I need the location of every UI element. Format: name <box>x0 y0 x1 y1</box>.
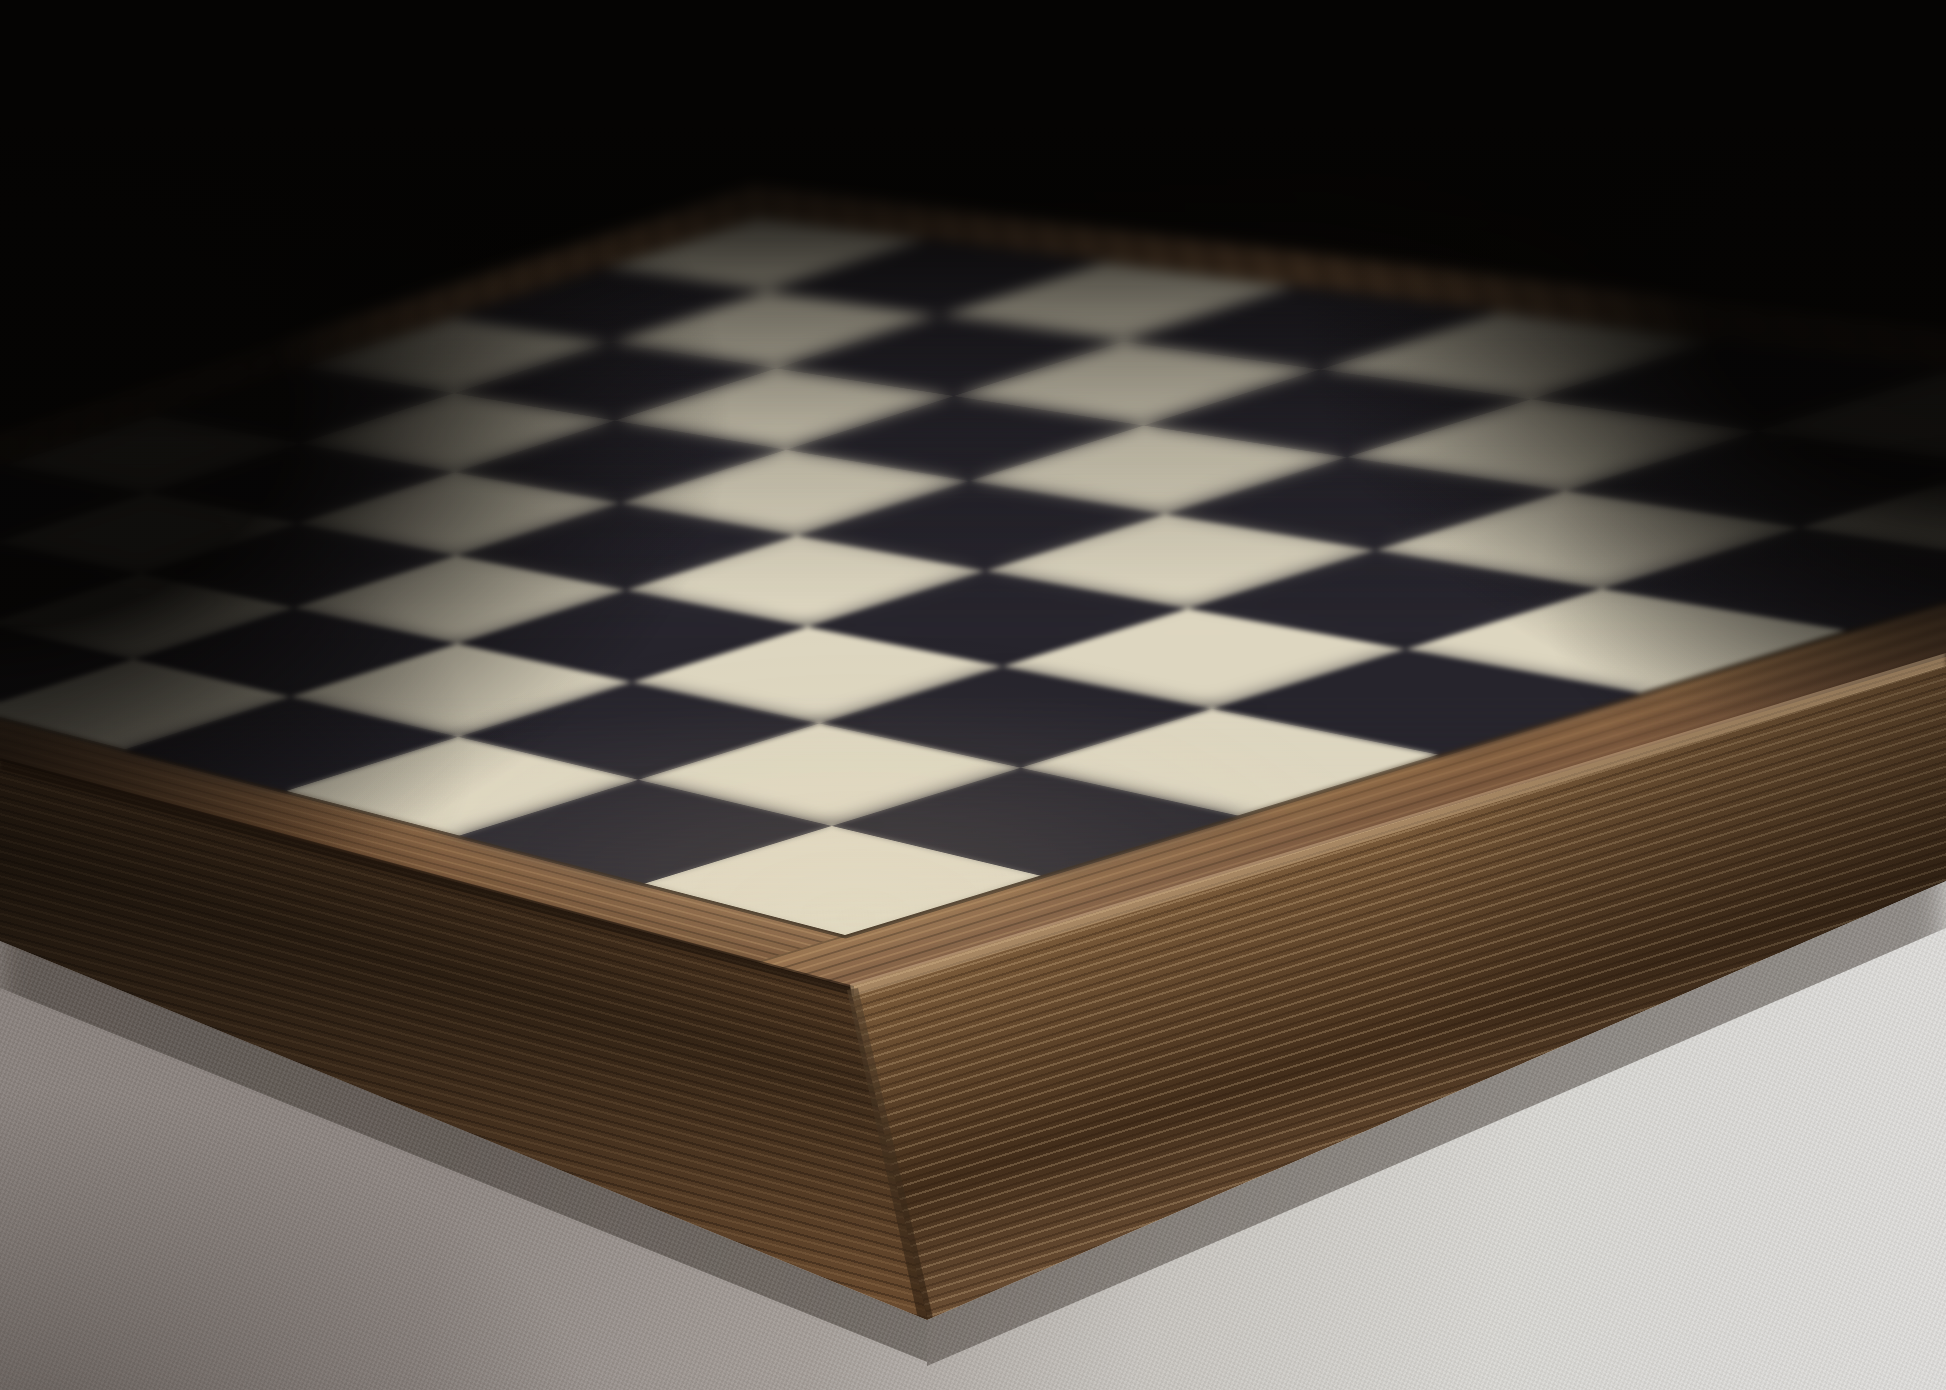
scene <box>0 0 1946 1390</box>
